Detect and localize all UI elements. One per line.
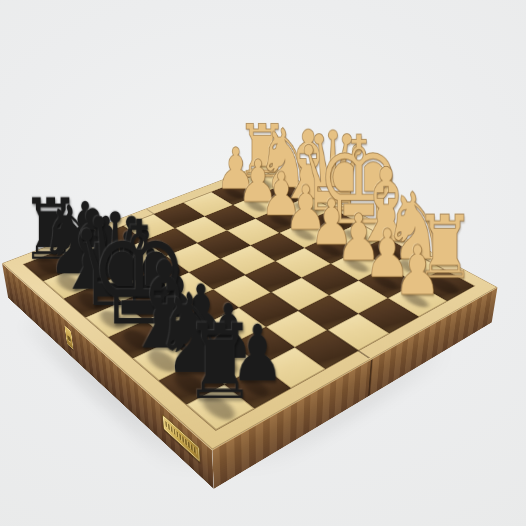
piece-glyph: ♜ — [184, 310, 257, 414]
fold-seam-side — [368, 359, 372, 396]
brass-clasp-icon — [64, 325, 73, 350]
chess-scene: ♜♞♝♛♚♝♞♜♟♟♟♟♟♟♟♟♟♟♟♟♟♟♟♟♜♞♝♛♚♝♞♜ — [0, 0, 526, 526]
product-photo-canvas: ♜♞♝♛♚♝♞♜♟♟♟♟♟♟♟♟♟♟♟♟♟♟♟♟♜♞♝♛♚♝♞♜ — [0, 0, 526, 526]
piece-glyph: ♟ — [393, 237, 441, 306]
chess-board: ♜♞♝♛♚♝♞♜♟♟♟♟♟♟♟♟♟♟♟♟♟♟♟♟♜♞♝♛♚♝♞♜ — [2, 163, 497, 450]
